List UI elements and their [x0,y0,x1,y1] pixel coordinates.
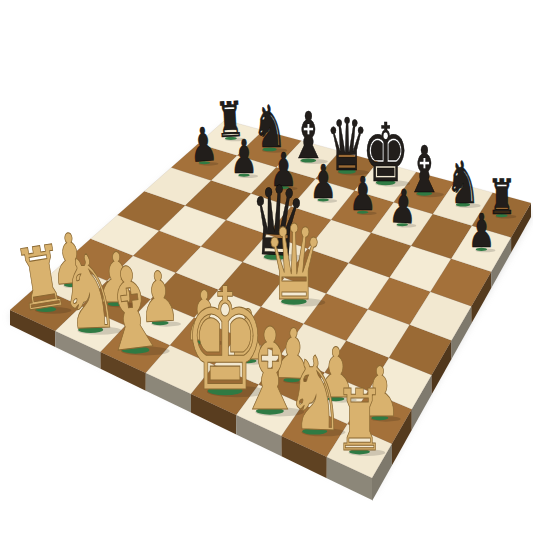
glyph-black-pawn: ♟ [388,178,418,234]
chess-set-product-photo: ♜♞♝♟♛♟♚♟♝♟♞♟♜♟♟♛♟♛♟♜♟♞♟♝♟♟♚♟♝♟♞♜ [0,0,533,533]
chess-board: ♜♞♝♟♛♟♚♟♝♟♞♟♜♟♟♛♟♛♟♜♟♞♟♝♟♟♚♟♝♟♞♜ [0,0,533,533]
piece-black-pawn-e7: ♟ [349,167,377,221]
glyph-black-pawn: ♟ [309,154,337,208]
piece-black-pawn-d7: ♟ [309,154,337,208]
piece-black-pawn-a7: ♟ [188,116,219,172]
piece-black-pawn-h7: ♟ [468,204,496,258]
glyph-white-rook: ♜ [334,371,384,470]
glyph-black-pawn: ♟ [468,204,496,258]
glyph-black-pawn: ♟ [349,167,377,221]
glyph-black-pawn: ♟ [188,116,219,172]
piece-black-pawn-f7: ♟ [388,178,418,234]
piece-white-rook-h1: ♜ [334,371,385,470]
